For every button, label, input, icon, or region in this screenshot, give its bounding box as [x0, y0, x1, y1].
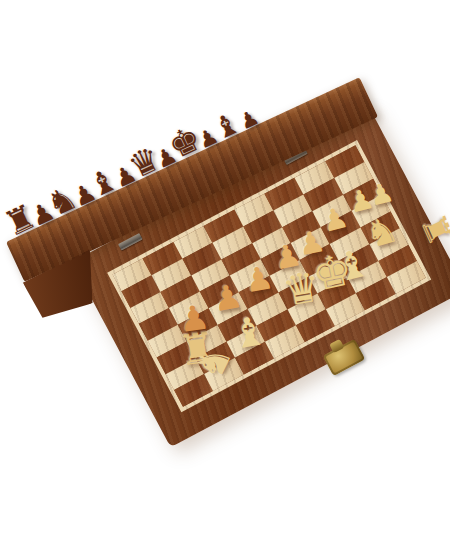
white-pawn-f2: ♟ — [319, 203, 351, 237]
white-pawn-c2: ♟ — [242, 261, 276, 297]
white-pawn-e2: ♟ — [295, 226, 328, 261]
white-pawn-b2: ♟ — [210, 279, 245, 317]
white-knight-b1: ♞ — [189, 338, 238, 385]
white-pawn-d2: ♟ — [270, 239, 304, 275]
white-pawn-g2: ♟ — [346, 185, 377, 218]
white-king-e1: ♚ — [308, 247, 356, 298]
white-pieces-layer: ♜♞♝♛♚♝♞♜♟♟♟♟♟♟♟♟ — [0, 0, 450, 540]
white-rook-h1: ♜ — [415, 209, 450, 251]
white-queen-d1: ♛ — [280, 265, 324, 313]
white-bishop-c1: ♝ — [228, 309, 270, 355]
white-pawn-h2: ♟ — [366, 178, 396, 210]
white-rook-a1: ♜ — [176, 326, 219, 373]
white-pawn-a2: ♟ — [177, 299, 212, 337]
product-photo-chess-set: ♜♟♞♟♝♟♛♟♚♟♝♟ ♜♞♝♛♚♝♞♜♟♟♟♟♟♟♟♟ — [0, 0, 450, 540]
white-bishop-f1: ♝ — [331, 243, 373, 288]
white-knight-g1: ♞ — [361, 211, 402, 255]
